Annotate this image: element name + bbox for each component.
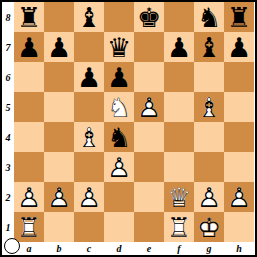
square-e4[interactable] [134, 122, 164, 152]
square-b8[interactable] [44, 2, 74, 32]
square-c6[interactable]: ♟ [74, 62, 104, 92]
square-h1[interactable] [224, 212, 254, 242]
square-c4[interactable]: ♝♗ [74, 122, 104, 152]
square-h2[interactable]: ♟♙ [224, 182, 254, 212]
square-c8[interactable]: ♝ [74, 2, 104, 32]
square-g6[interactable] [194, 62, 224, 92]
square-f2[interactable]: ♛♕ [164, 182, 194, 212]
file-label-f: f [164, 242, 194, 255]
file-labels: abcdefgh [14, 242, 254, 255]
square-g1[interactable]: ♚♔ [194, 212, 224, 242]
rank-label-6: 6 [2, 62, 14, 92]
square-d2[interactable] [104, 182, 134, 212]
file-label-e: e [134, 242, 164, 255]
square-d7[interactable]: ♛ [104, 32, 134, 62]
square-a1[interactable]: ♜♖ [14, 212, 44, 242]
black-bishop: ♝ [74, 2, 104, 32]
black-rook: ♜ [14, 2, 44, 32]
square-a2[interactable]: ♟♙ [14, 182, 44, 212]
white-pawn: ♟♙ [194, 182, 224, 212]
white-pawn: ♟♙ [74, 182, 104, 212]
black-pawn: ♟ [74, 62, 104, 92]
white-rook: ♜♖ [164, 212, 194, 242]
square-h6[interactable] [224, 62, 254, 92]
rank-label-8: 8 [2, 2, 14, 32]
square-d4[interactable]: ♞ [104, 122, 134, 152]
square-c7[interactable] [74, 32, 104, 62]
rank-label-5: 5 [2, 92, 14, 122]
file-label-b: b [44, 242, 74, 255]
black-knight: ♞ [104, 122, 134, 152]
square-g8[interactable]: ♞ [194, 2, 224, 32]
white-knight: ♞♘ [104, 92, 134, 122]
square-f5[interactable] [164, 92, 194, 122]
square-b2[interactable]: ♟♙ [44, 182, 74, 212]
square-d5[interactable]: ♞♘ [104, 92, 134, 122]
square-f3[interactable] [164, 152, 194, 182]
square-c2[interactable]: ♟♙ [74, 182, 104, 212]
board: ♜♝♚♞♜♟♟♛♟♝♟♟♟♞♘♟♙♝♗♝♗♞♟♙♟♙♟♙♟♙♛♕♟♙♟♙♜♖♜♖… [14, 2, 254, 242]
square-h8[interactable]: ♜ [224, 2, 254, 32]
square-f1[interactable]: ♜♖ [164, 212, 194, 242]
square-h3[interactable] [224, 152, 254, 182]
square-b6[interactable] [44, 62, 74, 92]
white-queen: ♛♕ [164, 182, 194, 212]
square-e6[interactable] [134, 62, 164, 92]
square-f8[interactable] [164, 2, 194, 32]
black-pawn: ♟ [14, 32, 44, 62]
square-a6[interactable] [14, 62, 44, 92]
square-e1[interactable] [134, 212, 164, 242]
square-b5[interactable] [44, 92, 74, 122]
white-pawn: ♟♙ [224, 182, 254, 212]
white-bishop: ♝♗ [74, 122, 104, 152]
square-e7[interactable] [134, 32, 164, 62]
square-e5[interactable]: ♟♙ [134, 92, 164, 122]
black-bishop: ♝ [194, 32, 224, 62]
white-pawn: ♟♙ [44, 182, 74, 212]
square-a4[interactable] [14, 122, 44, 152]
square-d8[interactable] [104, 2, 134, 32]
square-f6[interactable] [164, 62, 194, 92]
square-c1[interactable] [74, 212, 104, 242]
square-h4[interactable] [224, 122, 254, 152]
square-d1[interactable] [104, 212, 134, 242]
file-label-h: h [224, 242, 254, 255]
square-c3[interactable] [74, 152, 104, 182]
square-h5[interactable] [224, 92, 254, 122]
black-pawn: ♟ [44, 32, 74, 62]
white-pawn: ♟♙ [134, 92, 164, 122]
square-h7[interactable]: ♟ [224, 32, 254, 62]
file-label-g: g [194, 242, 224, 255]
white-pawn: ♟♙ [14, 182, 44, 212]
square-b4[interactable] [44, 122, 74, 152]
square-g5[interactable]: ♝♗ [194, 92, 224, 122]
black-pawn: ♟ [164, 32, 194, 62]
rank-label-3: 3 [2, 152, 14, 182]
black-pawn: ♟ [224, 32, 254, 62]
square-c5[interactable] [74, 92, 104, 122]
square-f4[interactable] [164, 122, 194, 152]
square-e2[interactable] [134, 182, 164, 212]
square-g4[interactable] [194, 122, 224, 152]
white-king: ♚♔ [194, 212, 224, 242]
white-bishop: ♝♗ [194, 92, 224, 122]
white-rook: ♜♖ [14, 212, 44, 242]
square-b3[interactable] [44, 152, 74, 182]
rank-label-7: 7 [2, 32, 14, 62]
square-f7[interactable]: ♟ [164, 32, 194, 62]
white-pawn: ♟♙ [104, 152, 134, 182]
square-e8[interactable]: ♚ [134, 2, 164, 32]
square-a7[interactable]: ♟ [14, 32, 44, 62]
square-b7[interactable]: ♟ [44, 32, 74, 62]
square-b1[interactable] [44, 212, 74, 242]
square-g7[interactable]: ♝ [194, 32, 224, 62]
square-d3[interactable]: ♟♙ [104, 152, 134, 182]
square-a3[interactable] [14, 152, 44, 182]
file-label-c: c [74, 242, 104, 255]
square-e3[interactable] [134, 152, 164, 182]
black-knight: ♞ [194, 2, 224, 32]
rank-label-2: 2 [2, 182, 14, 212]
square-a5[interactable] [14, 92, 44, 122]
chess-diagram: 87654321 ♜♝♚♞♜♟♟♛♟♝♟♟♟♞♘♟♙♝♗♝♗♞♟♙♟♙♟♙♟♙♛… [0, 0, 257, 257]
white-to-move-indicator [4, 238, 20, 254]
black-king: ♚ [134, 2, 164, 32]
square-g2[interactable]: ♟♙ [194, 182, 224, 212]
black-pawn: ♟ [104, 62, 134, 92]
rank-labels: 87654321 [2, 2, 14, 242]
square-g3[interactable] [194, 152, 224, 182]
black-queen: ♛ [104, 32, 134, 62]
file-label-d: d [104, 242, 134, 255]
rank-label-4: 4 [2, 122, 14, 152]
black-rook: ♜ [224, 2, 254, 32]
square-a8[interactable]: ♜ [14, 2, 44, 32]
square-d6[interactable]: ♟ [104, 62, 134, 92]
